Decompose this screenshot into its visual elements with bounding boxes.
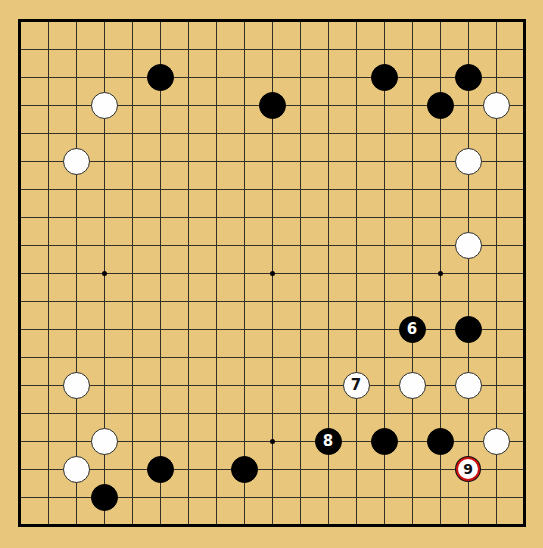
white-stone	[91, 92, 118, 119]
star-point	[102, 271, 107, 276]
star-point	[270, 271, 275, 276]
white-stone	[399, 372, 426, 399]
white-stone	[455, 232, 482, 259]
black-stone	[259, 92, 286, 119]
move-8-black-stone: 8	[315, 428, 342, 455]
white-stone	[63, 456, 90, 483]
move-7-white-stone: 7	[343, 372, 370, 399]
black-stone	[455, 64, 482, 91]
white-stone	[63, 372, 90, 399]
black-stone	[231, 456, 258, 483]
white-stone	[483, 92, 510, 119]
move-6-black-stone: 6	[399, 316, 426, 343]
move-9-white-stone: 9	[456, 457, 480, 481]
black-stone	[371, 64, 398, 91]
white-stone	[455, 148, 482, 175]
black-stone	[427, 428, 454, 455]
black-stone	[371, 428, 398, 455]
black-stone	[91, 484, 118, 511]
star-point	[270, 439, 275, 444]
black-stone	[147, 456, 174, 483]
white-stone	[455, 372, 482, 399]
black-stone	[147, 64, 174, 91]
white-stone	[91, 428, 118, 455]
black-stone	[455, 316, 482, 343]
black-stone	[427, 92, 454, 119]
star-point	[438, 271, 443, 276]
go-diagram: 6879	[0, 0, 543, 548]
white-stone	[483, 428, 510, 455]
white-stone	[63, 148, 90, 175]
board-grid: 6879	[6, 7, 538, 539]
